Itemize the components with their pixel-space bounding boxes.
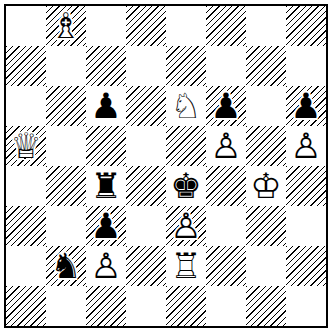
black-piece-body: ♟	[206, 86, 246, 126]
white-piece-outline: ♔	[246, 166, 286, 206]
square-e1[interactable]	[166, 286, 206, 326]
square-h3[interactable]	[286, 206, 326, 246]
square-d1[interactable]	[126, 286, 166, 326]
piece-white-pawn[interactable]: ♟♙	[206, 126, 246, 166]
white-piece-body: ♛	[6, 126, 46, 166]
square-d5[interactable]	[126, 126, 166, 166]
square-c3[interactable]: ♟	[86, 206, 126, 246]
square-b7[interactable]	[46, 46, 86, 86]
square-b5[interactable]	[46, 126, 86, 166]
square-e4[interactable]: ♚	[166, 166, 206, 206]
square-a5[interactable]: ♛♕	[6, 126, 46, 166]
square-c5[interactable]	[86, 126, 126, 166]
white-piece-body: ♟	[86, 246, 126, 286]
square-b4[interactable]	[46, 166, 86, 206]
square-h5[interactable]: ♟♙	[286, 126, 326, 166]
board-frame: ♝♗♟♞♘♟♟♛♕♟♙♟♙♜♚♚♔♟♟♙♞♟♙♜♖	[4, 4, 328, 328]
square-b6[interactable]	[46, 86, 86, 126]
black-piece-body: ♟	[86, 86, 126, 126]
square-h1[interactable]	[286, 286, 326, 326]
square-g7[interactable]	[246, 46, 286, 86]
piece-white-queen[interactable]: ♛♕	[6, 126, 46, 166]
black-piece-body: ♞	[46, 246, 86, 286]
square-b2[interactable]: ♞	[46, 246, 86, 286]
black-piece-body: ♜	[86, 166, 126, 206]
white-piece-body: ♝	[46, 6, 86, 46]
square-h8[interactable]	[286, 6, 326, 46]
square-b8[interactable]: ♝♗	[46, 6, 86, 46]
white-piece-outline: ♕	[6, 126, 46, 166]
square-a8[interactable]	[6, 6, 46, 46]
square-g3[interactable]	[246, 206, 286, 246]
piece-white-rook[interactable]: ♜♖	[166, 246, 206, 286]
black-piece-body: ♟	[86, 206, 126, 246]
piece-white-pawn[interactable]: ♟♙	[86, 246, 126, 286]
square-g8[interactable]	[246, 6, 286, 46]
square-c8[interactable]	[86, 6, 126, 46]
white-piece-body: ♟	[286, 126, 326, 166]
square-e7[interactable]	[166, 46, 206, 86]
square-h7[interactable]	[286, 46, 326, 86]
square-d7[interactable]	[126, 46, 166, 86]
square-a2[interactable]	[6, 246, 46, 286]
square-h6[interactable]: ♟	[286, 86, 326, 126]
white-piece-body: ♟	[206, 126, 246, 166]
piece-black-king[interactable]: ♚	[166, 166, 206, 206]
piece-black-knight[interactable]: ♞	[46, 246, 86, 286]
square-g6[interactable]	[246, 86, 286, 126]
square-e6[interactable]: ♞♘	[166, 86, 206, 126]
square-d4[interactable]	[126, 166, 166, 206]
piece-black-rook[interactable]: ♜	[86, 166, 126, 206]
square-a4[interactable]	[6, 166, 46, 206]
white-piece-body: ♜	[166, 246, 206, 286]
square-f8[interactable]	[206, 6, 246, 46]
chess-diagram-page: ♝♗♟♞♘♟♟♛♕♟♙♟♙♜♚♚♔♟♟♙♞♟♙♜♖	[0, 0, 332, 332]
square-b1[interactable]	[46, 286, 86, 326]
square-f7[interactable]	[206, 46, 246, 86]
square-f1[interactable]	[206, 286, 246, 326]
white-piece-outline: ♙	[86, 246, 126, 286]
square-d2[interactable]	[126, 246, 166, 286]
square-c4[interactable]: ♜	[86, 166, 126, 206]
square-b3[interactable]	[46, 206, 86, 246]
square-g1[interactable]	[246, 286, 286, 326]
white-piece-outline: ♖	[166, 246, 206, 286]
square-f6[interactable]: ♟	[206, 86, 246, 126]
square-c2[interactable]: ♟♙	[86, 246, 126, 286]
white-piece-outline: ♙	[166, 206, 206, 246]
white-piece-outline: ♗	[46, 6, 86, 46]
square-f4[interactable]	[206, 166, 246, 206]
white-piece-outline: ♙	[206, 126, 246, 166]
square-a6[interactable]	[6, 86, 46, 126]
square-h4[interactable]	[286, 166, 326, 206]
square-f3[interactable]	[206, 206, 246, 246]
square-a1[interactable]	[6, 286, 46, 326]
square-c1[interactable]	[86, 286, 126, 326]
piece-black-pawn[interactable]: ♟	[206, 86, 246, 126]
piece-white-king[interactable]: ♚♔	[246, 166, 286, 206]
piece-black-pawn[interactable]: ♟	[86, 86, 126, 126]
square-c6[interactable]: ♟	[86, 86, 126, 126]
square-a7[interactable]	[6, 46, 46, 86]
white-piece-outline: ♙	[286, 126, 326, 166]
white-piece-outline: ♘	[166, 86, 206, 126]
square-e2[interactable]: ♜♖	[166, 246, 206, 286]
square-g5[interactable]	[246, 126, 286, 166]
square-f2[interactable]	[206, 246, 246, 286]
white-piece-body: ♟	[166, 206, 206, 246]
black-piece-body: ♚	[166, 166, 206, 206]
square-e5[interactable]	[166, 126, 206, 166]
piece-white-pawn[interactable]: ♟♙	[166, 206, 206, 246]
square-e8[interactable]	[166, 6, 206, 46]
square-d8[interactable]	[126, 6, 166, 46]
white-piece-body: ♞	[166, 86, 206, 126]
piece-white-knight[interactable]: ♞♘	[166, 86, 206, 126]
square-a3[interactable]	[6, 206, 46, 246]
square-c7[interactable]	[86, 46, 126, 86]
black-piece-body: ♟	[286, 86, 326, 126]
piece-white-bishop[interactable]: ♝♗	[46, 6, 86, 46]
chess-board: ♝♗♟♞♘♟♟♛♕♟♙♟♙♜♚♚♔♟♟♙♞♟♙♜♖	[6, 6, 326, 326]
square-g4[interactable]: ♚♔	[246, 166, 286, 206]
white-piece-body: ♚	[246, 166, 286, 206]
square-g2[interactable]	[246, 246, 286, 286]
square-h2[interactable]	[286, 246, 326, 286]
square-d3[interactable]	[126, 206, 166, 246]
piece-black-pawn[interactable]: ♟	[86, 206, 126, 246]
square-e3[interactable]: ♟♙	[166, 206, 206, 246]
piece-white-pawn[interactable]: ♟♙	[286, 126, 326, 166]
piece-black-pawn[interactable]: ♟	[286, 86, 326, 126]
square-f5[interactable]: ♟♙	[206, 126, 246, 166]
square-d6[interactable]	[126, 86, 166, 126]
